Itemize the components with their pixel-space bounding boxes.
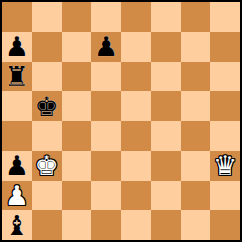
black-king-piece[interactable]: ♚ [35, 92, 59, 121]
square-e5[interactable] [121, 91, 151, 121]
square-h3[interactable]: ♛ [210, 151, 240, 181]
black-pawn-piece[interactable]: ♟ [94, 32, 118, 61]
square-b5[interactable]: ♚ [32, 91, 62, 121]
square-g5[interactable] [181, 91, 211, 121]
square-e1[interactable] [121, 210, 151, 240]
square-d6[interactable] [91, 62, 121, 92]
square-e8[interactable] [121, 2, 151, 32]
square-b4[interactable] [32, 121, 62, 151]
square-a1[interactable]: ♝ [2, 210, 32, 240]
square-c8[interactable] [62, 2, 92, 32]
square-g1[interactable] [181, 210, 211, 240]
black-pawn-piece[interactable]: ♟ [5, 32, 29, 61]
square-c3[interactable] [62, 151, 92, 181]
square-g4[interactable] [181, 121, 211, 151]
square-f8[interactable] [151, 2, 181, 32]
square-a4[interactable] [2, 121, 32, 151]
square-b6[interactable] [32, 62, 62, 92]
square-d5[interactable] [91, 91, 121, 121]
square-b3[interactable]: ♚ [32, 151, 62, 181]
square-e2[interactable] [121, 181, 151, 211]
square-g6[interactable] [181, 62, 211, 92]
square-e3[interactable] [121, 151, 151, 181]
square-d2[interactable] [91, 181, 121, 211]
white-queen-piece[interactable]: ♛ [213, 151, 237, 180]
square-g7[interactable] [181, 32, 211, 62]
square-h5[interactable] [210, 91, 240, 121]
square-a7[interactable]: ♟ [2, 32, 32, 62]
square-f2[interactable] [151, 181, 181, 211]
square-d3[interactable] [91, 151, 121, 181]
white-king-piece[interactable]: ♚ [35, 151, 59, 180]
square-h2[interactable] [210, 181, 240, 211]
white-pawn-piece[interactable]: ♟ [5, 181, 29, 210]
square-c6[interactable] [62, 62, 92, 92]
chess-board: ♟♟♜♚♟♚♛♟♝ [0, 0, 242, 242]
square-g8[interactable] [181, 2, 211, 32]
square-b1[interactable] [32, 210, 62, 240]
square-d4[interactable] [91, 121, 121, 151]
square-b2[interactable] [32, 181, 62, 211]
square-e7[interactable] [121, 32, 151, 62]
square-d8[interactable] [91, 2, 121, 32]
square-f1[interactable] [151, 210, 181, 240]
square-g3[interactable] [181, 151, 211, 181]
black-rook-piece[interactable]: ♜ [5, 62, 29, 91]
square-b7[interactable] [32, 32, 62, 62]
square-g2[interactable] [181, 181, 211, 211]
square-d7[interactable]: ♟ [91, 32, 121, 62]
square-a8[interactable] [2, 2, 32, 32]
square-a6[interactable]: ♜ [2, 62, 32, 92]
square-h6[interactable] [210, 62, 240, 92]
square-a5[interactable] [2, 91, 32, 121]
square-c7[interactable] [62, 32, 92, 62]
square-h8[interactable] [210, 2, 240, 32]
square-c5[interactable] [62, 91, 92, 121]
square-h4[interactable] [210, 121, 240, 151]
square-c1[interactable] [62, 210, 92, 240]
square-b8[interactable] [32, 2, 62, 32]
square-d1[interactable] [91, 210, 121, 240]
square-a3[interactable]: ♟ [2, 151, 32, 181]
square-a2[interactable]: ♟ [2, 181, 32, 211]
black-bishop-piece[interactable]: ♝ [5, 211, 29, 240]
square-f6[interactable] [151, 62, 181, 92]
square-f7[interactable] [151, 32, 181, 62]
square-e6[interactable] [121, 62, 151, 92]
square-c4[interactable] [62, 121, 92, 151]
square-e4[interactable] [121, 121, 151, 151]
square-h1[interactable] [210, 210, 240, 240]
square-h7[interactable] [210, 32, 240, 62]
black-pawn-piece[interactable]: ♟ [5, 151, 29, 180]
square-f3[interactable] [151, 151, 181, 181]
square-f4[interactable] [151, 121, 181, 151]
square-c2[interactable] [62, 181, 92, 211]
square-f5[interactable] [151, 91, 181, 121]
